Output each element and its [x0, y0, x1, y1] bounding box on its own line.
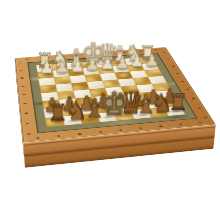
- frame-pin: [99, 131, 102, 133]
- frame-pin: [26, 123, 29, 124]
- frame-pin: [58, 135, 61, 137]
- frame-pin: [20, 70, 22, 71]
- frame-pin: [42, 58, 44, 59]
- frame-pin: [159, 126, 162, 127]
- frame-pin: [139, 51, 141, 52]
- frame-pin: [172, 66, 175, 67]
- frame-pin: [204, 117, 207, 118]
- frame-pin: [25, 113, 28, 114]
- frame-pin: [21, 77, 23, 78]
- frame-pin: [167, 59, 169, 60]
- frame-pin: [22, 86, 24, 87]
- frame-pin: [26, 59, 28, 60]
- frame-pin: [119, 129, 122, 131]
- frame-pin: [163, 52, 165, 53]
- board-square[interactable]: [40, 85, 57, 94]
- frame-pin: [91, 54, 93, 55]
- frame-pin: [176, 73, 179, 74]
- chess-set-product-photo: ♜♞♝♛♚♝♞♜♟♟♟♟♟♟♟♟♟♟♟♟♟♟♟♟♜♞♝♛♚♝♞♜: [0, 0, 220, 200]
- frame-pin: [24, 103, 26, 104]
- frame-pin: [181, 81, 184, 82]
- frame-pin: [37, 137, 40, 139]
- frame-pin: [123, 52, 125, 53]
- frame-pin: [23, 94, 25, 95]
- frame-pin: [155, 50, 157, 51]
- frame-pin: [139, 127, 142, 129]
- frame-pin: [107, 53, 109, 54]
- board-square[interactable]: [55, 83, 73, 92]
- frame-pin: [198, 107, 201, 108]
- frame-pin: [19, 62, 21, 63]
- frame-pin: [75, 55, 77, 56]
- frame-pin: [179, 124, 182, 125]
- frame-pin: [192, 98, 195, 99]
- chess-case: ♜♞♝♛♚♝♞♜♟♟♟♟♟♟♟♟♟♟♟♟♟♟♟♟♜♞♝♛♚♝♞♜: [15, 47, 216, 143]
- piece-black-rook[interactable]: ♜: [47, 103, 65, 123]
- frame-pin: [27, 133, 30, 135]
- frame-pin: [199, 122, 202, 123]
- frame-pin: [78, 133, 81, 135]
